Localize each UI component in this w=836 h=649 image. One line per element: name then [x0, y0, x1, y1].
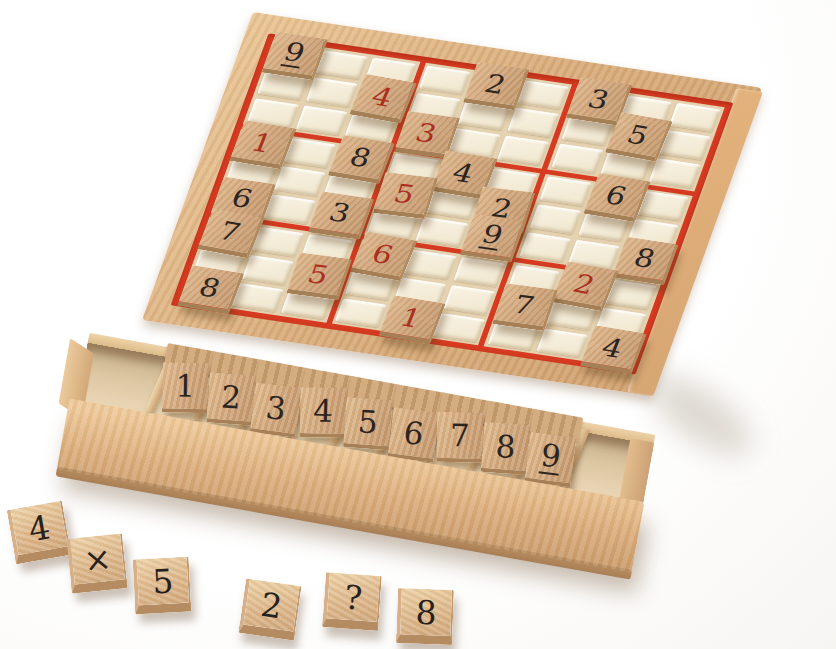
board-tile-r7c4-6[interactable]: 6 — [349, 231, 417, 281]
board-tiles-layer: 923453184652639876257814 — [142, 12, 762, 396]
tile-digit: 3 — [264, 392, 287, 425]
tile-digit: 2 — [220, 381, 242, 413]
tile-digit: 8 — [494, 430, 516, 462]
loose-tile-4[interactable]: 4 — [7, 501, 72, 565]
tile-digit: 1 — [248, 129, 276, 157]
tile-digit: 5 — [357, 406, 379, 438]
sudoku-product-photo: 923453184652639876257814 123456789 4×52?… — [0, 0, 836, 649]
loose-tile-?[interactable]: ? — [322, 572, 382, 631]
tile-glyph: 5 — [151, 564, 174, 598]
tile-digit: 1 — [175, 370, 195, 401]
board-tile-r4c1-1[interactable]: 1 — [229, 120, 296, 169]
board-tile-r6c9-8[interactable]: 8 — [612, 237, 679, 286]
tile-digit: 3 — [412, 119, 439, 146]
drawer-tile-8[interactable]: 8 — [480, 422, 530, 475]
loose-tile-2[interactable]: 2 — [238, 578, 301, 640]
drawer-tile-6[interactable]: 6 — [387, 407, 439, 462]
loose-tile-5[interactable]: 5 — [133, 557, 192, 615]
tile-digit: 7 — [216, 217, 245, 245]
tile-digit: 3 — [326, 199, 354, 226]
tile-digit: 4 — [598, 333, 626, 361]
drawer-tile-2[interactable]: 2 — [206, 372, 256, 425]
tile-digit: 5 — [623, 121, 652, 149]
tile-glyph: 8 — [415, 595, 437, 629]
board-tile-r6c3-3[interactable]: 3 — [307, 191, 374, 240]
board-tile-r1c5-2[interactable]: 2 — [463, 62, 530, 111]
drawer-tile-9[interactable]: 9 — [524, 432, 576, 487]
board-tile-r4c8-6[interactable]: 6 — [583, 173, 650, 222]
tile-digit: 2 — [481, 70, 509, 97]
tile-digit: 6 — [602, 181, 630, 209]
tile-digit: 1 — [397, 303, 425, 331]
tile-digit: 5 — [304, 260, 331, 287]
drawer-tile-3[interactable]: 3 — [250, 382, 302, 437]
drawer-tile-5[interactable]: 5 — [343, 397, 393, 450]
board-tile-r5c4-5[interactable]: 5 — [373, 172, 438, 219]
tile-digit: 8 — [346, 143, 374, 171]
board-tile-r7c8-2[interactable]: 2 — [551, 261, 619, 311]
tile-digit: 8 — [631, 245, 659, 272]
tile-digit: 9 — [280, 39, 309, 69]
drawer-tile-1[interactable]: 1 — [162, 362, 209, 413]
tile-digit: 4 — [368, 83, 397, 111]
tile-digit: 6 — [368, 240, 397, 268]
board-tile-r9c5-1[interactable]: 1 — [378, 295, 445, 344]
tile-digit: 6 — [402, 416, 425, 449]
board-tile-r9c1-8[interactable]: 8 — [177, 265, 244, 314]
drawer-tile-7[interactable]: 7 — [436, 412, 483, 463]
tile-digit: 4 — [312, 395, 332, 426]
board-tile-r7c1-7[interactable]: 7 — [197, 208, 265, 258]
tile-glyph: ? — [343, 580, 363, 614]
tile-digit: 6 — [228, 185, 256, 212]
loose-tile-×[interactable]: × — [66, 533, 127, 594]
loose-tile-8[interactable]: 8 — [396, 588, 454, 645]
sudoku-board: 923453184652639876257814 — [142, 12, 762, 396]
tile-digit: 2 — [570, 270, 599, 298]
tile-digit: 7 — [450, 420, 470, 451]
tile-glyph: 2 — [259, 587, 284, 623]
board-tile-r6c6-9[interactable]: 9 — [460, 214, 527, 263]
tile-glyph: 4 — [26, 510, 52, 546]
tile-digit: 4 — [449, 159, 477, 187]
board-tile-r8c7-7[interactable]: 7 — [493, 283, 559, 331]
tile-digit: 7 — [511, 291, 538, 318]
board-tile-r1c1-9[interactable]: 9 — [262, 32, 329, 81]
drawer-tile-4[interactable]: 4 — [299, 387, 346, 438]
tile-digit: 5 — [391, 180, 418, 207]
tile-digit: 3 — [585, 86, 613, 113]
tile-digit: 9 — [539, 439, 563, 475]
board-tile-r8c3-5[interactable]: 5 — [286, 252, 352, 300]
board-tile-r9c9-4[interactable]: 4 — [580, 325, 647, 374]
tile-digit: 9 — [478, 221, 507, 251]
tile-glyph: × — [82, 541, 113, 577]
tile-digit: 8 — [196, 273, 224, 301]
